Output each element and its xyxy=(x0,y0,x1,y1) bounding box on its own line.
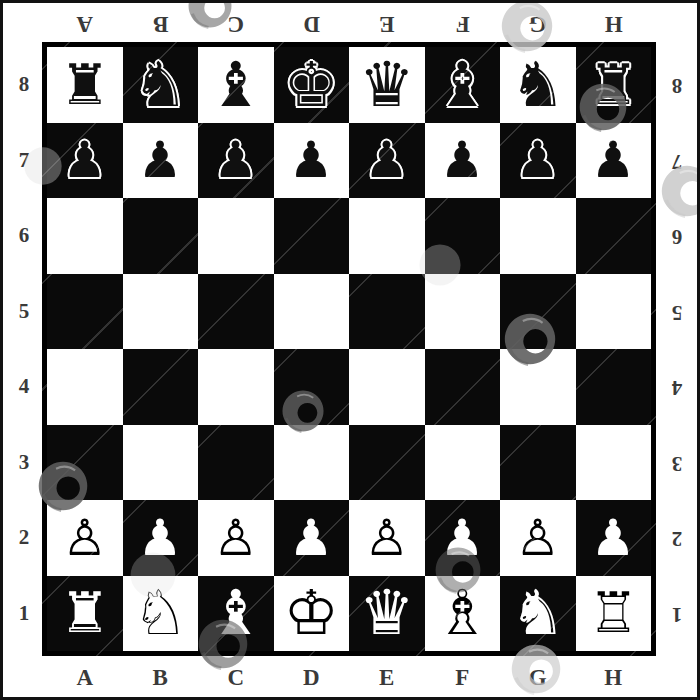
piece-black-pawn: ♟ xyxy=(289,135,334,185)
square-b5 xyxy=(123,274,199,350)
square-e3 xyxy=(349,425,425,501)
square-d1: ♔ xyxy=(274,576,350,652)
square-h1: ♖ xyxy=(576,576,652,652)
rank-label-right-2: 2 xyxy=(656,500,698,576)
file-label-bottom-a: A xyxy=(47,658,123,698)
square-h5 xyxy=(576,274,652,350)
square-c7: ♟ xyxy=(198,123,274,199)
rank-label-right-8: 8 xyxy=(656,47,698,123)
file-label-top-e: E xyxy=(349,5,425,43)
square-b7: ♟ xyxy=(123,123,199,199)
rank-label-left-2: 2 xyxy=(5,500,43,576)
square-e4 xyxy=(349,349,425,425)
file-label-bottom-b: B xyxy=(123,658,199,698)
piece-black-pawn: ♟ xyxy=(138,135,183,185)
square-g6 xyxy=(500,198,576,274)
square-f4 xyxy=(425,349,501,425)
rank-label-left-5: 5 xyxy=(5,274,43,350)
rank-label-right-5: 5 xyxy=(656,274,698,350)
square-b3 xyxy=(123,425,199,501)
square-c8: ♝ xyxy=(198,47,274,123)
piece-white-knight: ♘ xyxy=(132,582,188,644)
square-b8: ♞ xyxy=(123,47,199,123)
square-f2: ♟ xyxy=(425,500,501,576)
square-e1: ♛ xyxy=(349,576,425,652)
piece-black-knight: ♞ xyxy=(510,54,566,116)
square-g4 xyxy=(500,349,576,425)
file-label-top-g: G xyxy=(500,5,576,43)
piece-black-pawn: ♟ xyxy=(440,135,485,185)
file-label-top-h: H xyxy=(576,5,652,43)
rank-labels-right: 87654321 xyxy=(656,47,698,651)
square-f8: ♝ xyxy=(425,47,501,123)
square-c3 xyxy=(198,425,274,501)
piece-white-rook: ♖ xyxy=(588,585,638,641)
piece-black-pawn: ♟ xyxy=(591,135,636,185)
rank-label-left-8: 8 xyxy=(5,47,43,123)
file-label-bottom-c: C xyxy=(198,658,274,698)
piece-white-pawn: ♙ xyxy=(515,513,560,563)
square-c1: ♝ xyxy=(198,576,274,652)
square-a4 xyxy=(47,349,123,425)
piece-black-pawn: ♟ xyxy=(213,135,258,185)
square-e5 xyxy=(349,274,425,350)
rank-labels-left: 87654321 xyxy=(5,47,43,651)
piece-black-rook: ♜ xyxy=(60,57,110,113)
square-d7: ♟ xyxy=(274,123,350,199)
piece-white-pawn: ♟ xyxy=(591,513,636,563)
rank-label-left-1: 1 xyxy=(5,576,43,652)
file-label-bottom-h: H xyxy=(576,658,652,698)
square-g1: ♞ xyxy=(500,576,576,652)
piece-black-bishop: ♝ xyxy=(434,54,490,116)
rank-label-left-3: 3 xyxy=(5,425,43,501)
square-a5 xyxy=(47,274,123,350)
file-label-top-f: F xyxy=(425,5,501,43)
square-b1: ♘ xyxy=(123,576,199,652)
piece-white-queen: ♛ xyxy=(359,582,415,644)
square-e6 xyxy=(349,198,425,274)
piece-black-rook: ♜ xyxy=(588,57,638,113)
file-label-bottom-g: G xyxy=(500,658,576,698)
piece-black-pawn: ♟ xyxy=(515,135,560,185)
file-label-bottom-e: E xyxy=(349,658,425,698)
piece-white-pawn: ♙ xyxy=(213,513,258,563)
square-d5 xyxy=(274,274,350,350)
square-h2: ♟ xyxy=(576,500,652,576)
rank-label-left-6: 6 xyxy=(5,198,43,274)
piece-white-bishop: ♝ xyxy=(208,582,264,644)
file-label-top-a: A xyxy=(47,5,123,43)
square-c6 xyxy=(198,198,274,274)
piece-black-pawn: ♟ xyxy=(62,135,107,185)
piece-black-bishop: ♝ xyxy=(208,54,264,116)
file-label-top-c: C xyxy=(198,5,274,43)
file-label-top-b: B xyxy=(123,5,199,43)
square-f1: ♗ xyxy=(425,576,501,652)
square-b6 xyxy=(123,198,199,274)
rank-label-right-7: 7 xyxy=(656,123,698,199)
square-d6 xyxy=(274,198,350,274)
square-d3 xyxy=(274,425,350,501)
piece-black-pawn: ♟ xyxy=(364,135,409,185)
file-label-bottom-d: D xyxy=(274,658,350,698)
piece-white-pawn: ♙ xyxy=(364,513,409,563)
square-d2: ♟ xyxy=(274,500,350,576)
square-h6 xyxy=(576,198,652,274)
square-a3 xyxy=(47,425,123,501)
square-d4 xyxy=(274,349,350,425)
file-labels-top: ABCDEFGH xyxy=(47,5,651,43)
file-labels-bottom: ABCDEFGH xyxy=(47,658,651,698)
square-h8: ♜ xyxy=(576,47,652,123)
square-e7: ♟ xyxy=(349,123,425,199)
rank-label-right-6: 6 xyxy=(656,198,698,274)
rank-label-left-4: 4 xyxy=(5,349,43,425)
square-a7: ♟ xyxy=(47,123,123,199)
piece-white-bishop: ♗ xyxy=(434,582,490,644)
chess-board: ♜♞♝♚♛♝♞♜♟♟♟♟♟♟♟♟♙♟♙♟♙♟♙♟♜♘♝♔♛♗♞♖ xyxy=(42,42,656,656)
square-f6 xyxy=(425,198,501,274)
piece-white-rook: ♜ xyxy=(60,585,110,641)
rank-label-right-4: 4 xyxy=(656,349,698,425)
square-a2: ♙ xyxy=(47,500,123,576)
piece-white-king: ♔ xyxy=(283,582,339,644)
square-h3 xyxy=(576,425,652,501)
piece-white-pawn: ♙ xyxy=(62,513,107,563)
square-f7: ♟ xyxy=(425,123,501,199)
square-d8: ♚ xyxy=(274,47,350,123)
square-c2: ♙ xyxy=(198,500,274,576)
piece-black-king: ♚ xyxy=(283,54,339,116)
rank-label-right-3: 3 xyxy=(656,425,698,501)
file-label-bottom-f: F xyxy=(425,658,501,698)
square-c4 xyxy=(198,349,274,425)
piece-black-knight: ♞ xyxy=(132,54,188,116)
square-c5 xyxy=(198,274,274,350)
square-h4 xyxy=(576,349,652,425)
square-f5 xyxy=(425,274,501,350)
square-a1: ♜ xyxy=(47,576,123,652)
square-a8: ♜ xyxy=(47,47,123,123)
piece-black-queen: ♛ xyxy=(359,54,415,116)
square-g8: ♞ xyxy=(500,47,576,123)
square-e2: ♙ xyxy=(349,500,425,576)
square-e8: ♛ xyxy=(349,47,425,123)
square-g5 xyxy=(500,274,576,350)
square-b2: ♟ xyxy=(123,500,199,576)
square-h7: ♟ xyxy=(576,123,652,199)
piece-white-pawn: ♟ xyxy=(440,513,485,563)
square-b4 xyxy=(123,349,199,425)
rank-label-left-7: 7 xyxy=(5,123,43,199)
square-g3 xyxy=(500,425,576,501)
piece-white-pawn: ♟ xyxy=(289,513,334,563)
file-label-top-d: D xyxy=(274,5,350,43)
square-g7: ♟ xyxy=(500,123,576,199)
square-a6 xyxy=(47,198,123,274)
square-g2: ♙ xyxy=(500,500,576,576)
piece-white-pawn: ♟ xyxy=(138,513,183,563)
stock-photo-canvas: ABCDEFGH ABCDEFGH 87654321 87654321 ♜♞♝♚… xyxy=(0,0,700,700)
rank-label-right-1: 1 xyxy=(656,576,698,652)
square-f3 xyxy=(425,425,501,501)
piece-white-knight: ♞ xyxy=(510,582,566,644)
